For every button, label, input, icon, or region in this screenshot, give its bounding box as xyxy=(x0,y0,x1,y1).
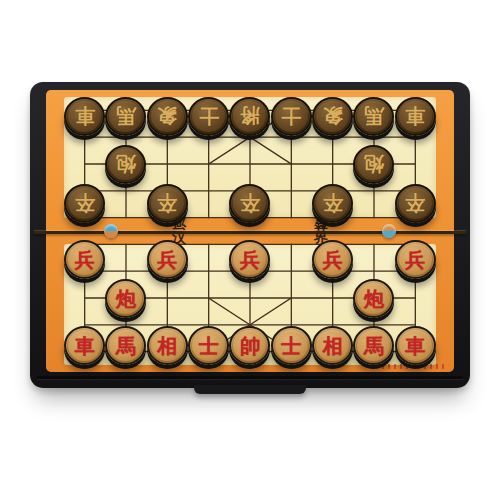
piece-glyph: 卒 xyxy=(240,193,260,214)
piece-glyph: 象 xyxy=(323,106,343,127)
piece-black-soldier[interactable]: 卒 xyxy=(395,184,436,223)
piece-glyph: 士 xyxy=(281,335,301,356)
board-mat: 河 楚 汉 界 車馬象士將士象馬車炮炮卒卒卒卒卒兵兵兵兵兵炮炮車馬相士帥士相馬車 xyxy=(46,90,454,372)
piece-glyph: 相 xyxy=(323,335,343,356)
piece-black-cannon[interactable]: 炮 xyxy=(105,145,146,184)
frame-clasp-tab xyxy=(194,385,306,394)
piece-glyph: 馬 xyxy=(116,335,136,356)
piece-red-soldier[interactable]: 兵 xyxy=(395,240,436,279)
piece-black-chariot[interactable]: 車 xyxy=(395,97,436,136)
piece-glyph: 卒 xyxy=(157,193,177,214)
piece-glyph: 卒 xyxy=(75,193,95,214)
piece-glyph: 相 xyxy=(157,335,177,356)
board-frame: 河 楚 汉 界 車馬象士將士象馬車炮炮卒卒卒卒卒兵兵兵兵兵炮炮車馬相士帥士相馬車 xyxy=(30,82,470,388)
piece-red-advisor[interactable]: 士 xyxy=(188,326,229,365)
piece-black-advisor[interactable]: 士 xyxy=(271,97,312,136)
piece-black-elephant[interactable]: 象 xyxy=(312,97,353,136)
piece-glyph: 馬 xyxy=(364,106,384,127)
piece-glyph: 象 xyxy=(157,106,177,127)
piece-glyph: 炮 xyxy=(364,154,384,175)
piece-glyph: 兵 xyxy=(157,249,177,270)
pieces-grid: 車馬象士將士象馬車炮炮卒卒卒卒卒兵兵兵兵兵炮炮車馬相士帥士相馬車 xyxy=(64,97,436,365)
piece-glyph: 炮 xyxy=(364,288,384,309)
piece-red-elephant[interactable]: 相 xyxy=(147,326,188,365)
piece-red-soldier[interactable]: 兵 xyxy=(312,240,353,279)
piece-glyph: 馬 xyxy=(364,335,384,356)
product-photo: 河 楚 汉 界 車馬象士將士象馬車炮炮卒卒卒卒卒兵兵兵兵兵炮炮車馬相士帥士相馬車 xyxy=(0,0,500,500)
piece-glyph: 卒 xyxy=(323,193,343,214)
piece-black-soldier[interactable]: 卒 xyxy=(64,184,105,223)
piece-glyph: 將 xyxy=(240,106,260,127)
piece-black-general[interactable]: 將 xyxy=(229,97,270,136)
piece-red-horse[interactable]: 馬 xyxy=(105,326,146,365)
piece-glyph: 士 xyxy=(199,335,219,356)
piece-red-cannon[interactable]: 炮 xyxy=(353,279,394,318)
piece-glyph: 車 xyxy=(75,335,95,356)
piece-red-chariot[interactable]: 車 xyxy=(395,326,436,365)
piece-glyph: 車 xyxy=(75,106,95,127)
piece-red-cannon[interactable]: 炮 xyxy=(105,279,146,318)
frame-groove xyxy=(37,376,463,379)
piece-glyph: 車 xyxy=(405,106,425,127)
piece-red-general[interactable]: 帥 xyxy=(229,326,270,365)
piece-red-soldier[interactable]: 兵 xyxy=(147,240,188,279)
piece-glyph: 卒 xyxy=(405,193,425,214)
piece-red-advisor[interactable]: 士 xyxy=(271,326,312,365)
piece-red-soldier[interactable]: 兵 xyxy=(64,240,105,279)
piece-glyph: 兵 xyxy=(405,249,425,270)
piece-red-chariot[interactable]: 車 xyxy=(64,326,105,365)
piece-red-horse[interactable]: 馬 xyxy=(353,326,394,365)
piece-glyph: 士 xyxy=(199,106,219,127)
piece-black-chariot[interactable]: 車 xyxy=(64,97,105,136)
piece-glyph: 兵 xyxy=(240,249,260,270)
piece-black-soldier[interactable]: 卒 xyxy=(147,184,188,223)
piece-black-soldier[interactable]: 卒 xyxy=(229,184,270,223)
piece-black-horse[interactable]: 馬 xyxy=(353,97,394,136)
piece-glyph: 車 xyxy=(405,335,425,356)
piece-black-advisor[interactable]: 士 xyxy=(188,97,229,136)
piece-glyph: 馬 xyxy=(116,106,136,127)
piece-glyph: 炮 xyxy=(116,288,136,309)
piece-red-elephant[interactable]: 相 xyxy=(312,326,353,365)
board-field[interactable]: 河 楚 汉 界 車馬象士將士象馬車炮炮卒卒卒卒卒兵兵兵兵兵炮炮車馬相士帥士相馬車 xyxy=(64,97,436,365)
piece-red-soldier[interactable]: 兵 xyxy=(229,240,270,279)
piece-black-elephant[interactable]: 象 xyxy=(147,97,188,136)
piece-glyph: 兵 xyxy=(75,249,95,270)
piece-glyph: 兵 xyxy=(323,249,343,270)
piece-glyph: 帥 xyxy=(240,335,260,356)
piece-black-soldier[interactable]: 卒 xyxy=(312,184,353,223)
piece-black-horse[interactable]: 馬 xyxy=(105,97,146,136)
piece-glyph: 炮 xyxy=(116,154,136,175)
piece-black-cannon[interactable]: 炮 xyxy=(353,145,394,184)
piece-glyph: 士 xyxy=(281,106,301,127)
